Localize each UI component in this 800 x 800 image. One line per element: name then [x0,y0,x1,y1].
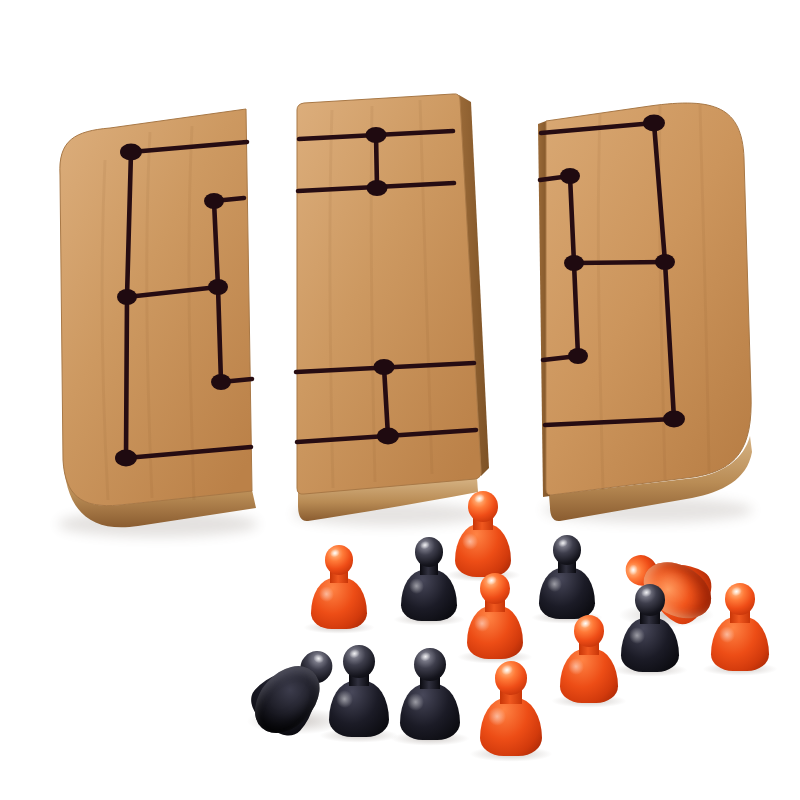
pawn-base [480,698,543,756]
pawn-orange-2[interactable] [455,491,512,577]
pawn-head [495,661,528,695]
pawn-head [468,491,498,522]
pawn-base [711,617,769,671]
pawn-base [467,606,524,659]
pawn-base [400,684,461,740]
pawn-black-1[interactable] [401,537,456,621]
pawn-base [401,570,456,621]
pieces-layer [0,0,800,800]
pawn-orange-4[interactable] [560,615,618,703]
pawn-head [325,545,354,575]
pawn-head [414,648,446,681]
pawn-base [311,578,366,629]
pawn-black-2[interactable] [539,535,594,619]
pawn-head [415,537,444,567]
pawn-orange-6[interactable] [711,583,769,671]
pawn-head [725,583,755,615]
pawn-base [539,568,594,619]
pawn-head [574,615,604,647]
pawn-orange-3[interactable] [467,573,524,659]
pawn-head [480,573,510,604]
pawn-base [329,681,390,737]
pawn-head [343,645,375,678]
pawn-base [455,524,512,577]
pawn-head [635,584,665,616]
pawn-orange-1[interactable] [311,545,366,629]
pawn-orange-7[interactable] [480,661,543,756]
pawn-base [621,618,679,672]
pawn-base [560,649,618,703]
pawn-black-3[interactable] [621,584,679,672]
pawn-black-5[interactable] [329,645,390,737]
photo-scene [0,0,800,800]
pawn-head [553,535,582,565]
pawn-black-4-lying[interactable] [266,643,327,735]
pawn-black-6[interactable] [400,648,461,740]
